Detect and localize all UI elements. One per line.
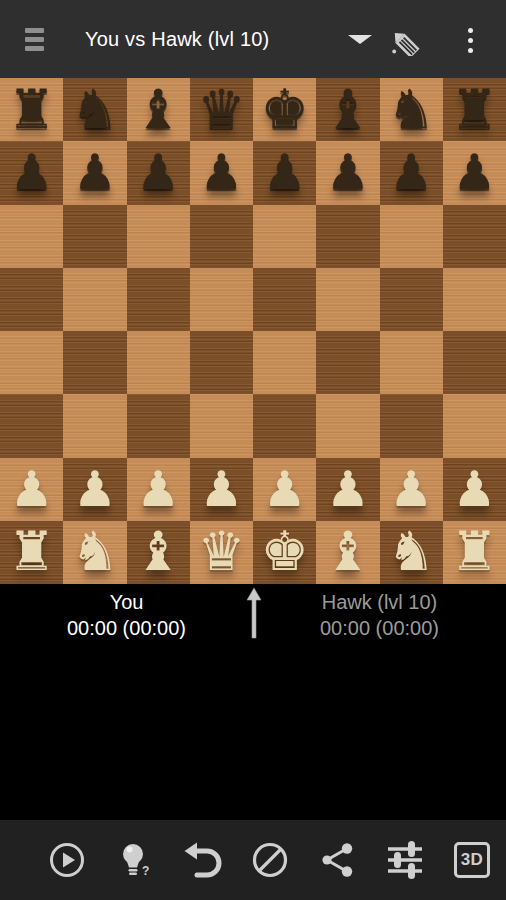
piece-white-bishop: ♝ (324, 525, 372, 579)
square-a4[interactable] (0, 331, 63, 394)
square-f2[interactable]: ♟ (316, 458, 379, 521)
square-e7[interactable]: ♟ (253, 141, 316, 204)
square-h8[interactable]: ♜ (443, 78, 506, 141)
square-b8[interactable]: ♞ (63, 78, 126, 141)
square-d7[interactable]: ♟ (190, 141, 253, 204)
square-f5[interactable] (316, 268, 379, 331)
piece-black-knight: ♞ (387, 83, 435, 137)
square-a7[interactable]: ♟ (0, 141, 63, 204)
square-e4[interactable] (253, 331, 316, 394)
square-b1[interactable]: ♞ (63, 521, 126, 584)
square-e3[interactable] (253, 394, 316, 457)
square-a1[interactable]: ♜ (0, 521, 63, 584)
piece-black-rook: ♜ (7, 83, 55, 137)
square-d1[interactable]: ♛ (190, 521, 253, 584)
square-g1[interactable]: ♞ (380, 521, 443, 584)
square-b2[interactable]: ♟ (63, 458, 126, 521)
overflow-menu-button[interactable] (458, 24, 482, 56)
square-a3[interactable] (0, 394, 63, 457)
square-g2[interactable]: ♟ (380, 458, 443, 521)
player-white-info: You 00:00 (00:00) (0, 589, 253, 642)
app-bar: You vs Hawk (lvl 10) (0, 0, 506, 78)
piece-black-pawn: ♟ (10, 148, 54, 197)
undo-icon (180, 838, 224, 882)
square-e8[interactable]: ♚ (253, 78, 316, 141)
piece-white-king: ♚ (260, 525, 308, 579)
square-h6[interactable] (443, 205, 506, 268)
app-screen: You vs Hawk (lvl 10) ♜♞♝♛♚♝♞♜♟♟♟♟♟♟♟♟♟♟♟… (0, 0, 506, 900)
square-a8[interactable]: ♜ (0, 78, 63, 141)
piece-white-rook: ♜ (450, 525, 498, 579)
square-h3[interactable] (443, 394, 506, 457)
square-f8[interactable]: ♝ (316, 78, 379, 141)
piece-black-rook: ♜ (450, 83, 498, 137)
share-icon (317, 840, 357, 880)
hint-question-mark: ? (142, 864, 149, 878)
piece-white-queen: ♛ (197, 525, 245, 579)
square-h2[interactable]: ♟ (443, 458, 506, 521)
piece-black-pawn: ♟ (136, 148, 180, 197)
piece-white-knight: ♞ (71, 525, 119, 579)
player-black-info: Hawk (lvl 10) 00:00 (00:00) (253, 589, 506, 642)
square-e1[interactable]: ♚ (253, 521, 316, 584)
square-c8[interactable]: ♝ (127, 78, 190, 141)
piece-black-pawn: ♟ (452, 148, 496, 197)
square-c1[interactable]: ♝ (127, 521, 190, 584)
square-h4[interactable] (443, 331, 506, 394)
square-a6[interactable] (0, 205, 63, 268)
square-b7[interactable]: ♟ (63, 141, 126, 204)
chevron-down-icon[interactable] (348, 35, 372, 44)
3d-icon: 3D (454, 842, 490, 878)
piece-white-pawn: ♟ (326, 465, 370, 514)
square-e2[interactable]: ♟ (253, 458, 316, 521)
piece-white-rook: ♜ (7, 525, 55, 579)
square-a5[interactable] (0, 268, 63, 331)
square-c6[interactable] (127, 205, 190, 268)
square-c3[interactable] (127, 394, 190, 457)
bottom-toolbar: ? (0, 820, 506, 900)
square-g3[interactable] (380, 394, 443, 457)
piece-black-pawn: ♟ (263, 148, 307, 197)
play-button[interactable] (45, 838, 89, 882)
piece-black-bishop: ♝ (134, 83, 182, 137)
three-dots-icon (468, 28, 473, 33)
square-d8[interactable]: ♛ (190, 78, 253, 141)
square-g6[interactable] (380, 205, 443, 268)
piece-black-pawn: ♟ (199, 148, 243, 197)
square-d3[interactable] (190, 394, 253, 457)
piece-black-pawn: ♟ (73, 148, 117, 197)
square-f4[interactable] (316, 331, 379, 394)
piece-white-pawn: ♟ (73, 465, 117, 514)
square-e6[interactable] (253, 205, 316, 268)
square-f1[interactable]: ♝ (316, 521, 379, 584)
menu-button[interactable] (25, 27, 49, 51)
square-f6[interactable] (316, 205, 379, 268)
player-clocks: You 00:00 (00:00) Hawk (lvl 10) 00:00 (0… (0, 584, 506, 664)
square-c4[interactable] (127, 331, 190, 394)
block-button[interactable] (248, 838, 292, 882)
square-a2[interactable]: ♟ (0, 458, 63, 521)
piece-black-pawn: ♟ (326, 148, 370, 197)
piece-white-pawn: ♟ (199, 465, 243, 514)
3d-view-button[interactable]: 3D (450, 838, 494, 882)
piece-black-queen: ♛ (197, 83, 245, 137)
square-h5[interactable] (443, 268, 506, 331)
pencil-icon (388, 22, 422, 56)
hamburger-icon (25, 28, 44, 33)
settings-button[interactable] (383, 838, 427, 882)
square-b5[interactable] (63, 268, 126, 331)
square-c2[interactable]: ♟ (127, 458, 190, 521)
square-d6[interactable] (190, 205, 253, 268)
square-g8[interactable]: ♞ (380, 78, 443, 141)
piece-white-bishop: ♝ (134, 525, 182, 579)
play-icon (47, 840, 87, 880)
tune-sliders-icon (383, 838, 427, 882)
square-d2[interactable]: ♟ (190, 458, 253, 521)
piece-white-pawn: ♟ (136, 465, 180, 514)
page-title: You vs Hawk (lvl 10) (85, 0, 269, 78)
player-white-name: You (0, 589, 253, 615)
square-d5[interactable] (190, 268, 253, 331)
piece-white-pawn: ♟ (263, 465, 307, 514)
square-d4[interactable] (190, 331, 253, 394)
undo-button[interactable] (180, 838, 224, 882)
chess-board: ♜♞♝♛♚♝♞♜♟♟♟♟♟♟♟♟♟♟♟♟♟♟♟♟♜♞♝♛♚♝♞♜ (0, 78, 506, 584)
piece-white-pawn: ♟ (389, 465, 433, 514)
hint-button[interactable]: ? (113, 838, 157, 882)
lightbulb-icon: ? (114, 839, 156, 881)
square-b6[interactable] (63, 205, 126, 268)
square-f7[interactable]: ♟ (316, 141, 379, 204)
square-c7[interactable]: ♟ (127, 141, 190, 204)
square-b3[interactable] (63, 394, 126, 457)
square-e5[interactable] (253, 268, 316, 331)
square-h7[interactable]: ♟ (443, 141, 506, 204)
piece-black-king: ♚ (260, 83, 308, 137)
piece-white-knight: ♞ (387, 525, 435, 579)
square-f3[interactable] (316, 394, 379, 457)
square-g4[interactable] (380, 331, 443, 394)
edit-button[interactable] (388, 22, 422, 56)
block-icon (250, 840, 290, 880)
square-b4[interactable] (63, 331, 126, 394)
player-black-name: Hawk (lvl 10) (253, 589, 506, 615)
piece-white-pawn: ♟ (452, 465, 496, 514)
square-g5[interactable] (380, 268, 443, 331)
player-white-clock: 00:00 (00:00) (0, 615, 253, 642)
piece-black-bishop: ♝ (324, 83, 372, 137)
square-c5[interactable] (127, 268, 190, 331)
piece-black-pawn: ♟ (389, 148, 433, 197)
square-g7[interactable]: ♟ (380, 141, 443, 204)
piece-black-knight: ♞ (71, 83, 119, 137)
piece-white-pawn: ♟ (10, 465, 54, 514)
square-h1[interactable]: ♜ (443, 521, 506, 584)
player-black-clock: 00:00 (00:00) (253, 615, 506, 642)
share-button[interactable] (315, 838, 359, 882)
